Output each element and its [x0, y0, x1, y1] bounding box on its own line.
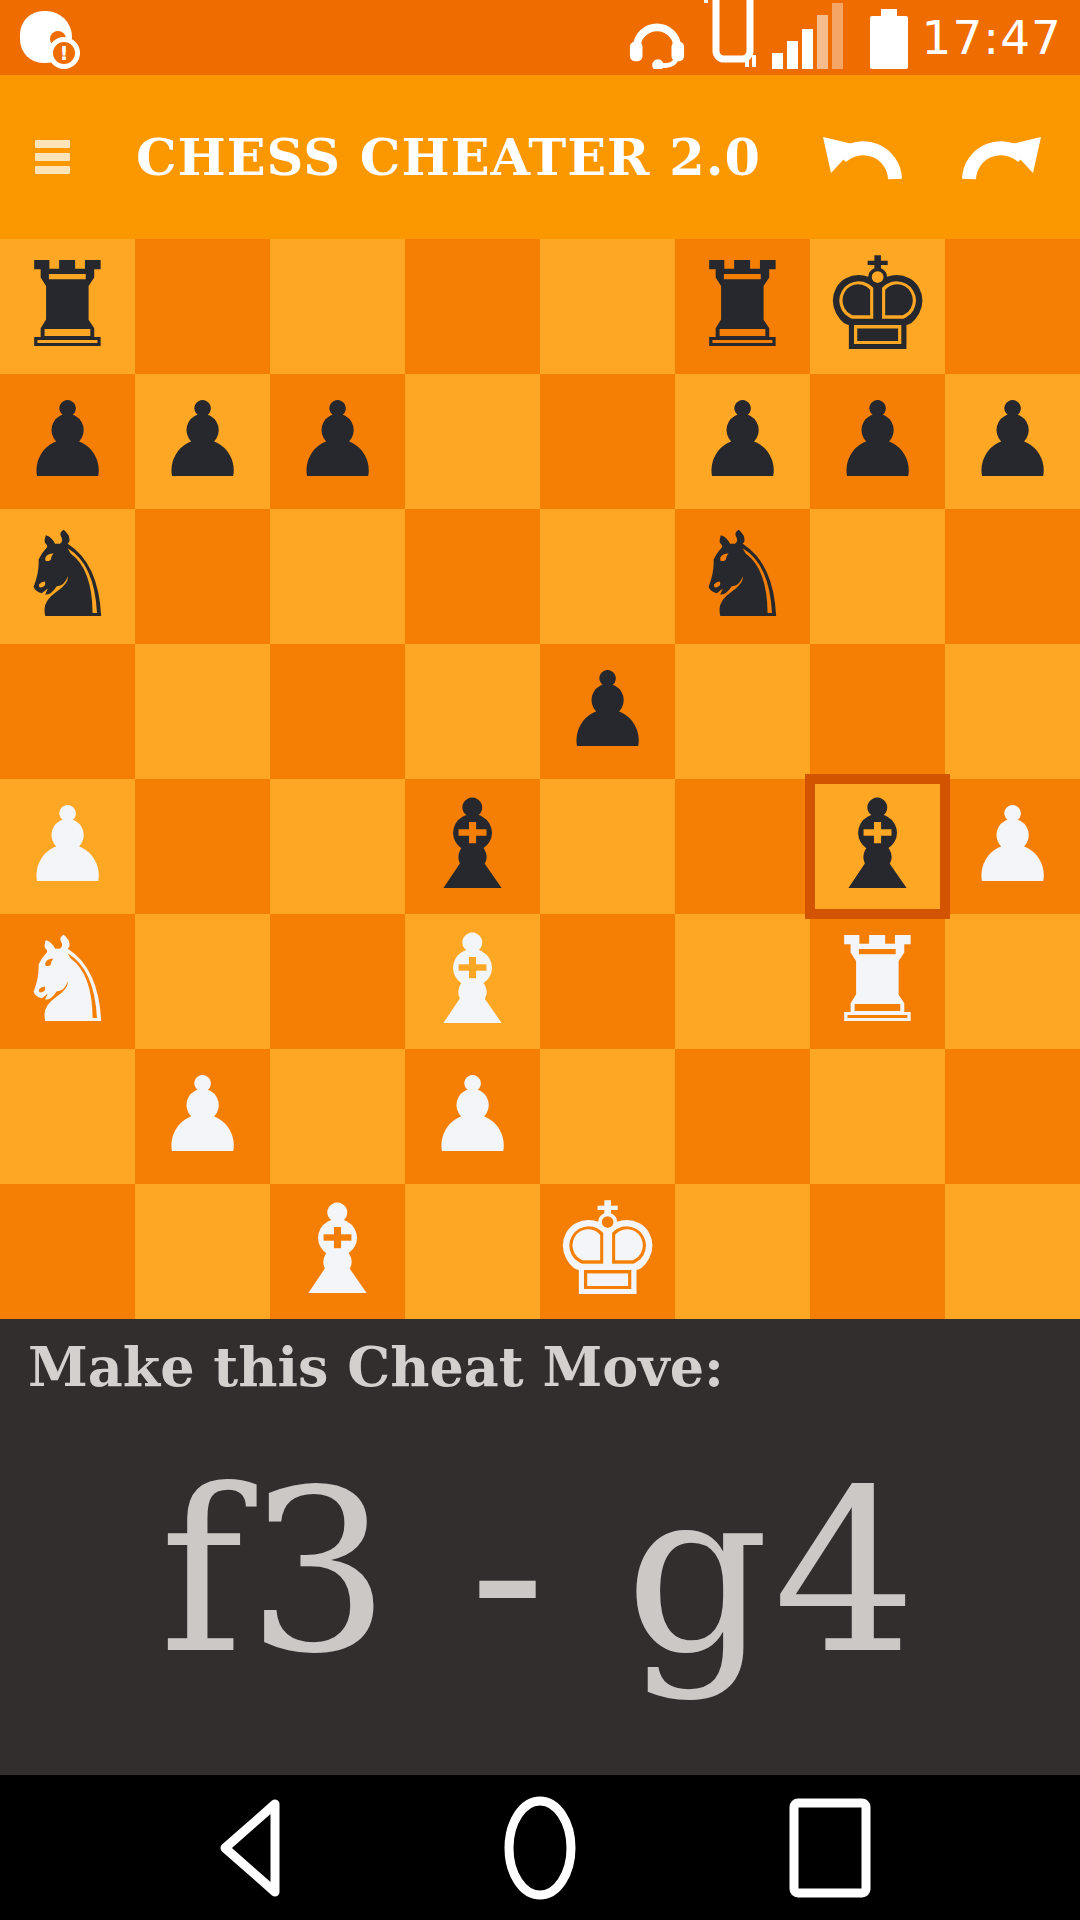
headset-icon [628, 7, 686, 69]
square-h8[interactable] [945, 239, 1080, 374]
black-king-g8: ♚ [820, 241, 935, 369]
square-c6[interactable] [270, 509, 405, 644]
white-king-e1: ♚ [550, 1186, 665, 1314]
hamburger-menu-icon[interactable] [35, 140, 70, 174]
square-d8[interactable] [405, 239, 540, 374]
square-c2[interactable] [270, 1049, 405, 1184]
square-e1[interactable]: ♚ [540, 1184, 675, 1319]
square-b4[interactable] [135, 779, 270, 914]
home-button[interactable] [395, 1793, 685, 1903]
home-circle-icon [501, 1795, 579, 1901]
exclamation-badge: ! [48, 37, 80, 69]
square-f7[interactable]: ♟ [675, 374, 810, 509]
square-c1[interactable]: ♝ [270, 1184, 405, 1319]
white-pawn-h4: ♟ [966, 793, 1059, 897]
square-f8[interactable]: ♜ [675, 239, 810, 374]
square-a4[interactable]: ♟ [0, 779, 135, 914]
black-pawn-e5: ♟ [561, 658, 654, 762]
square-c5[interactable] [270, 644, 405, 779]
redo-button[interactable] [961, 125, 1045, 189]
square-d1[interactable] [405, 1184, 540, 1319]
square-a6[interactable]: ♞ [0, 509, 135, 644]
white-rook-g3: ♜ [825, 921, 931, 1039]
black-pawn-b7: ♟ [156, 388, 249, 492]
vibrate-phone-icon [700, 0, 758, 69]
status-bar: ! [0, 0, 1080, 75]
square-g7[interactable]: ♟ [810, 374, 945, 509]
battery-icon [870, 9, 908, 69]
black-pawn-c7: ♟ [291, 388, 384, 492]
square-d4[interactable]: ♝ [405, 779, 540, 914]
square-d5[interactable] [405, 644, 540, 779]
back-button[interactable] [105, 1793, 395, 1903]
square-h1[interactable] [945, 1184, 1080, 1319]
square-f2[interactable] [675, 1049, 810, 1184]
square-c3[interactable] [270, 914, 405, 1049]
square-e8[interactable] [540, 239, 675, 374]
square-g6[interactable] [810, 509, 945, 644]
recents-square-icon [788, 1798, 872, 1898]
black-pawn-f7: ♟ [696, 388, 789, 492]
square-g5[interactable] [810, 644, 945, 779]
square-g8[interactable]: ♚ [810, 239, 945, 374]
black-rook-f8: ♜ [690, 246, 796, 364]
notification-icon: ! [18, 7, 80, 69]
android-nav-bar [0, 1775, 1080, 1920]
square-f1[interactable] [675, 1184, 810, 1319]
cheat-move-panel: Make this Cheat Move: f3 - g4 [0, 1319, 1080, 1775]
cheat-move-text: f3 - g4 [0, 1399, 1080, 1775]
white-pawn-d2: ♟ [426, 1063, 519, 1167]
black-knight-a6: ♞ [15, 516, 121, 634]
square-h5[interactable] [945, 644, 1080, 779]
square-e4[interactable] [540, 779, 675, 914]
square-g4[interactable]: ♝ [810, 779, 945, 914]
square-f5[interactable] [675, 644, 810, 779]
square-f4[interactable] [675, 779, 810, 914]
white-pawn-b2: ♟ [156, 1063, 249, 1167]
square-e5[interactable]: ♟ [540, 644, 675, 779]
undo-button[interactable] [819, 125, 903, 189]
black-bishop-d4: ♝ [417, 783, 528, 907]
square-b5[interactable] [135, 644, 270, 779]
white-pawn-a4: ♟ [21, 793, 114, 897]
cheat-move-label: Make this Cheat Move: [28, 1335, 1080, 1399]
square-b1[interactable] [135, 1184, 270, 1319]
white-bishop-d3: ♝ [417, 918, 528, 1042]
square-e2[interactable] [540, 1049, 675, 1184]
black-rook-a8: ♜ [15, 246, 121, 364]
square-f3[interactable] [675, 914, 810, 1049]
square-b8[interactable] [135, 239, 270, 374]
black-knight-f6: ♞ [690, 516, 796, 634]
chess-board: ♜♜♚♟♟♟♟♟♟♞♞♟♟♝♝♟♞♝♜♟♟♝♚ [0, 239, 1080, 1319]
square-e7[interactable] [540, 374, 675, 509]
square-d2[interactable]: ♟ [405, 1049, 540, 1184]
white-bishop-c1: ♝ [282, 1188, 393, 1312]
square-g2[interactable] [810, 1049, 945, 1184]
square-a7[interactable]: ♟ [0, 374, 135, 509]
square-c4[interactable] [270, 779, 405, 914]
back-triangle-icon [217, 1796, 283, 1900]
square-d6[interactable] [405, 509, 540, 644]
square-a5[interactable] [0, 644, 135, 779]
square-e6[interactable] [540, 509, 675, 644]
recents-button[interactable] [685, 1793, 975, 1903]
square-g3[interactable]: ♜ [810, 914, 945, 1049]
square-b6[interactable] [135, 509, 270, 644]
square-c8[interactable] [270, 239, 405, 374]
black-pawn-h7: ♟ [966, 388, 1059, 492]
phone-screen: ! [0, 0, 1080, 1920]
square-b2[interactable]: ♟ [135, 1049, 270, 1184]
black-pawn-g7: ♟ [831, 388, 924, 492]
square-d3[interactable]: ♝ [405, 914, 540, 1049]
square-h4[interactable]: ♟ [945, 779, 1080, 914]
white-knight-a3: ♞ [15, 921, 121, 1039]
black-pawn-a7: ♟ [21, 388, 114, 492]
square-b7[interactable]: ♟ [135, 374, 270, 509]
black-bishop-g4: ♝ [822, 783, 933, 907]
square-a3[interactable]: ♞ [0, 914, 135, 1049]
square-g1[interactable] [810, 1184, 945, 1319]
square-c7[interactable]: ♟ [270, 374, 405, 509]
square-f6[interactable]: ♞ [675, 509, 810, 644]
status-time: 17:47 [922, 7, 1062, 69]
square-b3[interactable] [135, 914, 270, 1049]
square-e3[interactable] [540, 914, 675, 1049]
signal-bars-icon [772, 3, 856, 69]
square-a8[interactable]: ♜ [0, 239, 135, 374]
square-h3[interactable] [945, 914, 1080, 1049]
app-title: CHESS CHEATER 2.0 [136, 127, 761, 187]
square-h6[interactable] [945, 509, 1080, 644]
square-a2[interactable] [0, 1049, 135, 1184]
square-a1[interactable] [0, 1184, 135, 1319]
app-bar: CHESS CHEATER 2.0 [0, 75, 1080, 239]
square-h7[interactable]: ♟ [945, 374, 1080, 509]
square-h2[interactable] [945, 1049, 1080, 1184]
square-d7[interactable] [405, 374, 540, 509]
